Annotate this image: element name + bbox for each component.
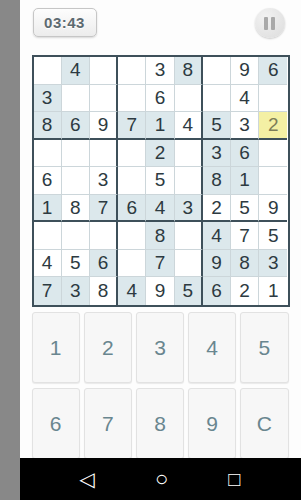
cell-r6c9[interactable]: 9 xyxy=(259,195,287,223)
cell-r9c6[interactable]: 5 xyxy=(175,277,203,305)
cell-r4c7[interactable]: 3 xyxy=(203,140,231,168)
cell-r4c6[interactable] xyxy=(175,140,203,168)
pause-icon xyxy=(264,17,268,30)
cell-r3c8[interactable]: 3 xyxy=(231,112,259,140)
cell-r5c3[interactable]: 3 xyxy=(90,167,118,195)
cell-r7c8[interactable]: 7 xyxy=(231,222,259,250)
cell-r1c3[interactable] xyxy=(90,57,118,85)
cell-r1c2[interactable]: 4 xyxy=(62,57,90,85)
cell-r3c1[interactable]: 8 xyxy=(34,112,62,140)
cell-r4c8[interactable]: 6 xyxy=(231,140,259,168)
android-nav-bar: ◁○□ xyxy=(20,458,301,500)
top-bar: 03:43 xyxy=(20,0,301,52)
timer: 03:43 xyxy=(33,8,97,37)
cell-r1c8[interactable]: 9 xyxy=(231,57,259,85)
cell-r8c2[interactable]: 5 xyxy=(62,250,90,278)
numpad-row: 6789C xyxy=(32,388,289,459)
numpad-button-9[interactable]: 9 xyxy=(188,388,236,459)
cell-r3c3[interactable]: 9 xyxy=(90,112,118,140)
cell-r4c3[interactable] xyxy=(90,140,118,168)
cell-r3c9[interactable]: 2 xyxy=(259,112,287,140)
cell-r2c6[interactable] xyxy=(175,85,203,113)
cell-r1c1[interactable] xyxy=(34,57,62,85)
numpad-button-4[interactable]: 4 xyxy=(188,312,236,383)
cell-r2c8[interactable]: 4 xyxy=(231,85,259,113)
pause-button[interactable] xyxy=(255,8,285,38)
cell-r8c5[interactable]: 7 xyxy=(146,250,174,278)
cell-r9c4[interactable]: 4 xyxy=(118,277,146,305)
cell-r9c8[interactable]: 2 xyxy=(231,277,259,305)
cell-r7c7[interactable]: 4 xyxy=(203,222,231,250)
cell-r4c1[interactable] xyxy=(34,140,62,168)
cell-r7c5[interactable]: 8 xyxy=(146,222,174,250)
back-icon[interactable]: ◁ xyxy=(80,469,95,489)
cell-r2c2[interactable] xyxy=(62,85,90,113)
numpad-button-3[interactable]: 3 xyxy=(136,312,184,383)
cell-r6c8[interactable]: 5 xyxy=(231,195,259,223)
cell-r9c2[interactable]: 3 xyxy=(62,277,90,305)
cell-r8c9[interactable]: 3 xyxy=(259,250,287,278)
cell-r1c5[interactable]: 3 xyxy=(146,57,174,85)
numpad-row: 12345 xyxy=(32,312,289,383)
numpad-button-5[interactable]: 5 xyxy=(240,312,288,383)
cell-r9c9[interactable]: 1 xyxy=(259,277,287,305)
cell-r8c1[interactable]: 4 xyxy=(34,250,62,278)
cell-r3c6[interactable]: 4 xyxy=(175,112,203,140)
cell-r2c5[interactable]: 6 xyxy=(146,85,174,113)
app-screen: 03:43 4389636486971453223663581187643259… xyxy=(20,0,301,500)
numpad-button-1[interactable]: 1 xyxy=(32,312,80,383)
numpad-button-7[interactable]: 7 xyxy=(84,388,132,459)
cell-r9c7[interactable]: 6 xyxy=(203,277,231,305)
cell-r3c5[interactable]: 1 xyxy=(146,112,174,140)
cell-r7c4[interactable] xyxy=(118,222,146,250)
cell-r4c9[interactable] xyxy=(259,140,287,168)
cell-r8c8[interactable]: 8 xyxy=(231,250,259,278)
cell-r8c7[interactable]: 9 xyxy=(203,250,231,278)
cell-r7c2[interactable] xyxy=(62,222,90,250)
cell-r5c7[interactable]: 8 xyxy=(203,167,231,195)
cell-r7c1[interactable] xyxy=(34,222,62,250)
cell-r6c2[interactable]: 8 xyxy=(62,195,90,223)
cell-r5c4[interactable] xyxy=(118,167,146,195)
cell-r2c7[interactable] xyxy=(203,85,231,113)
cell-r5c8[interactable]: 1 xyxy=(231,167,259,195)
pause-icon xyxy=(271,17,275,30)
cell-r1c9[interactable]: 6 xyxy=(259,57,287,85)
cell-r9c3[interactable]: 8 xyxy=(90,277,118,305)
cell-r6c3[interactable]: 7 xyxy=(90,195,118,223)
cell-r6c4[interactable]: 6 xyxy=(118,195,146,223)
cell-r7c9[interactable]: 5 xyxy=(259,222,287,250)
recents-icon[interactable]: □ xyxy=(228,469,240,489)
numpad-button-2[interactable]: 2 xyxy=(84,312,132,383)
cell-r8c6[interactable] xyxy=(175,250,203,278)
cell-r1c4[interactable] xyxy=(118,57,146,85)
cell-r3c7[interactable]: 5 xyxy=(203,112,231,140)
sudoku-board: 4389636486971453223663581187643259847545… xyxy=(32,55,290,307)
cell-r4c4[interactable] xyxy=(118,140,146,168)
cell-r7c3[interactable] xyxy=(90,222,118,250)
cell-r7c6[interactable] xyxy=(175,222,203,250)
cell-r5c5[interactable]: 5 xyxy=(146,167,174,195)
cell-r1c6[interactable]: 8 xyxy=(175,57,203,85)
cell-r6c7[interactable]: 2 xyxy=(203,195,231,223)
cell-r9c1[interactable]: 7 xyxy=(34,277,62,305)
numpad-clear-button[interactable]: C xyxy=(240,388,288,459)
cell-r1c7[interactable] xyxy=(203,57,231,85)
numpad-button-6[interactable]: 6 xyxy=(32,388,80,459)
cell-r9c5[interactable]: 9 xyxy=(146,277,174,305)
cell-r8c4[interactable] xyxy=(118,250,146,278)
numpad-button-8[interactable]: 8 xyxy=(136,388,184,459)
cell-r8c3[interactable]: 6 xyxy=(90,250,118,278)
cell-r5c6[interactable] xyxy=(175,167,203,195)
cell-r2c3[interactable] xyxy=(90,85,118,113)
cell-r3c4[interactable]: 7 xyxy=(118,112,146,140)
cell-r4c5[interactable]: 2 xyxy=(146,140,174,168)
cell-r2c1[interactable]: 3 xyxy=(34,85,62,113)
cell-r2c9[interactable] xyxy=(259,85,287,113)
cell-r6c5[interactable]: 4 xyxy=(146,195,174,223)
cell-r5c9[interactable] xyxy=(259,167,287,195)
home-icon[interactable]: ○ xyxy=(155,468,168,490)
numpad: 123456789C xyxy=(32,312,289,464)
cell-r2c4[interactable] xyxy=(118,85,146,113)
cell-r3c2[interactable]: 6 xyxy=(62,112,90,140)
cell-r5c2[interactable] xyxy=(62,167,90,195)
cell-r6c1[interactable]: 1 xyxy=(34,195,62,223)
cell-r4c2[interactable] xyxy=(62,140,90,168)
cell-r5c1[interactable]: 6 xyxy=(34,167,62,195)
cell-r6c6[interactable]: 3 xyxy=(175,195,203,223)
